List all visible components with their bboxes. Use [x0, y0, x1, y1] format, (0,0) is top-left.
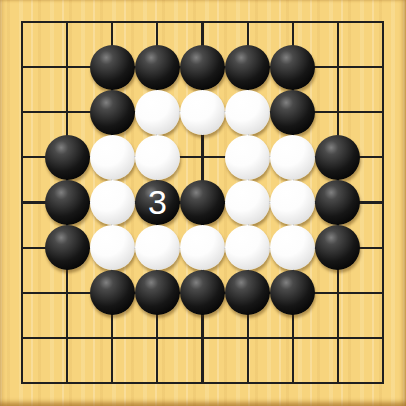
- stone-black: [180, 45, 225, 90]
- stone-white: [90, 180, 135, 225]
- stone-black: [135, 45, 180, 90]
- stone-white: [90, 135, 135, 180]
- stone-white: [225, 90, 270, 135]
- stone-black: [225, 45, 270, 90]
- stone-white: [135, 135, 180, 180]
- stone-black: [90, 270, 135, 315]
- stone-white: [135, 90, 180, 135]
- stone-white: [135, 225, 180, 270]
- stone-black-labeled: 3: [135, 180, 180, 225]
- stone-white: [90, 225, 135, 270]
- stone-black: [315, 135, 360, 180]
- stone-black: [45, 135, 90, 180]
- go-board[interactable]: 3: [0, 0, 406, 406]
- move-number-label: 3: [148, 185, 167, 219]
- stone-black: [90, 45, 135, 90]
- stone-white: [225, 180, 270, 225]
- stone-black: [270, 45, 315, 90]
- stone-black: [180, 270, 225, 315]
- stone-white: [270, 135, 315, 180]
- stone-black: [45, 180, 90, 225]
- stone-white: [180, 225, 225, 270]
- stone-black: [135, 270, 180, 315]
- stone-black: [180, 180, 225, 225]
- stone-black: [270, 90, 315, 135]
- stone-white: [270, 180, 315, 225]
- stone-black: [90, 90, 135, 135]
- stone-black: [45, 225, 90, 270]
- stone-white: [225, 225, 270, 270]
- stone-white: [180, 90, 225, 135]
- stone-white: [225, 135, 270, 180]
